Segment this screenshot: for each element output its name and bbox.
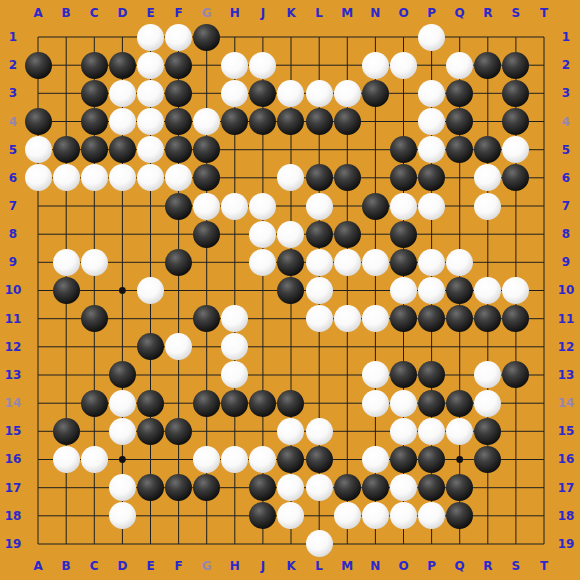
- intersection-R18[interactable]: [474, 502, 502, 530]
- stone-white[interactable]: [306, 193, 333, 220]
- intersection-Q5[interactable]: [446, 136, 474, 164]
- intersection-J7[interactable]: [249, 192, 277, 220]
- intersection-T1[interactable]: [530, 23, 558, 51]
- intersection-A10[interactable]: [24, 276, 52, 304]
- stone-black[interactable]: [81, 108, 108, 135]
- intersection-G10[interactable]: [193, 276, 221, 304]
- intersection-N11[interactable]: [361, 305, 389, 333]
- intersection-M15[interactable]: [333, 417, 361, 445]
- intersection-C5[interactable]: [80, 136, 108, 164]
- intersection-C3[interactable]: [80, 79, 108, 107]
- intersection-L7[interactable]: [305, 192, 333, 220]
- stone-white[interactable]: [137, 277, 164, 304]
- stone-white[interactable]: [109, 164, 136, 191]
- intersection-F9[interactable]: [165, 248, 193, 276]
- intersection-C13[interactable]: [80, 361, 108, 389]
- intersection-S2[interactable]: [502, 51, 530, 79]
- stone-white[interactable]: [390, 474, 417, 501]
- stone-black[interactable]: [165, 193, 192, 220]
- stone-black[interactable]: [109, 136, 136, 163]
- stone-white[interactable]: [306, 80, 333, 107]
- stone-white[interactable]: [390, 193, 417, 220]
- stone-black[interactable]: [165, 136, 192, 163]
- intersection-E10[interactable]: [136, 276, 164, 304]
- stone-black[interactable]: [390, 136, 417, 163]
- stone-black[interactable]: [109, 52, 136, 79]
- stone-white[interactable]: [277, 474, 304, 501]
- intersection-J12[interactable]: [249, 333, 277, 361]
- intersection-Q4[interactable]: [446, 107, 474, 135]
- stone-black[interactable]: [306, 221, 333, 248]
- intersection-Q13[interactable]: [446, 361, 474, 389]
- intersection-Q10[interactable]: [446, 276, 474, 304]
- intersection-G17[interactable]: [193, 474, 221, 502]
- intersection-J15[interactable]: [249, 417, 277, 445]
- intersection-C2[interactable]: [80, 51, 108, 79]
- stone-black[interactable]: [502, 361, 529, 388]
- intersection-S3[interactable]: [502, 79, 530, 107]
- intersection-K19[interactable]: [277, 530, 305, 558]
- intersection-C9[interactable]: [80, 248, 108, 276]
- intersection-R15[interactable]: [474, 417, 502, 445]
- intersection-E5[interactable]: [136, 136, 164, 164]
- intersection-H4[interactable]: [221, 107, 249, 135]
- intersection-F7[interactable]: [165, 192, 193, 220]
- intersection-E6[interactable]: [136, 164, 164, 192]
- intersection-N3[interactable]: [361, 79, 389, 107]
- stone-white[interactable]: [137, 52, 164, 79]
- intersection-J17[interactable]: [249, 474, 277, 502]
- intersection-A12[interactable]: [24, 333, 52, 361]
- intersection-T16[interactable]: [530, 445, 558, 473]
- intersection-G5[interactable]: [193, 136, 221, 164]
- stone-black[interactable]: [446, 390, 473, 417]
- intersection-F19[interactable]: [165, 530, 193, 558]
- intersection-F15[interactable]: [165, 417, 193, 445]
- intersection-Q17[interactable]: [446, 474, 474, 502]
- stone-white[interactable]: [53, 446, 80, 473]
- intersection-C10[interactable]: [80, 276, 108, 304]
- intersection-P15[interactable]: [417, 417, 445, 445]
- intersection-H3[interactable]: [221, 79, 249, 107]
- stone-black[interactable]: [249, 474, 276, 501]
- intersection-G19[interactable]: [193, 530, 221, 558]
- intersection-O1[interactable]: [389, 23, 417, 51]
- stone-black[interactable]: [446, 305, 473, 332]
- intersection-O18[interactable]: [389, 502, 417, 530]
- intersection-P2[interactable]: [417, 51, 445, 79]
- intersection-Q16[interactable]: [446, 445, 474, 473]
- intersection-K5[interactable]: [277, 136, 305, 164]
- stone-black[interactable]: [446, 277, 473, 304]
- intersection-B10[interactable]: [52, 276, 80, 304]
- stone-black[interactable]: [362, 80, 389, 107]
- intersection-R19[interactable]: [474, 530, 502, 558]
- stone-white[interactable]: [418, 24, 445, 51]
- intersection-S5[interactable]: [502, 136, 530, 164]
- stone-white[interactable]: [137, 80, 164, 107]
- intersection-T3[interactable]: [530, 79, 558, 107]
- intersection-H9[interactable]: [221, 248, 249, 276]
- intersection-E11[interactable]: [136, 305, 164, 333]
- stone-black[interactable]: [446, 474, 473, 501]
- intersection-G2[interactable]: [193, 51, 221, 79]
- intersection-P14[interactable]: [417, 389, 445, 417]
- intersection-M4[interactable]: [333, 107, 361, 135]
- stone-white[interactable]: [418, 249, 445, 276]
- stone-white[interactable]: [306, 418, 333, 445]
- stone-white[interactable]: [474, 361, 501, 388]
- intersection-P9[interactable]: [417, 248, 445, 276]
- intersection-P16[interactable]: [417, 445, 445, 473]
- stone-black[interactable]: [474, 446, 501, 473]
- stone-black[interactable]: [446, 108, 473, 135]
- intersection-K8[interactable]: [277, 220, 305, 248]
- intersection-F11[interactable]: [165, 305, 193, 333]
- stone-white[interactable]: [390, 390, 417, 417]
- intersection-E18[interactable]: [136, 502, 164, 530]
- intersection-H14[interactable]: [221, 389, 249, 417]
- intersection-K15[interactable]: [277, 417, 305, 445]
- intersection-P10[interactable]: [417, 276, 445, 304]
- intersection-E3[interactable]: [136, 79, 164, 107]
- stone-white[interactable]: [193, 446, 220, 473]
- intersection-E4[interactable]: [136, 107, 164, 135]
- stone-white[interactable]: [277, 164, 304, 191]
- intersection-F18[interactable]: [165, 502, 193, 530]
- intersection-E17[interactable]: [136, 474, 164, 502]
- intersection-S19[interactable]: [502, 530, 530, 558]
- stone-white[interactable]: [137, 108, 164, 135]
- intersection-O19[interactable]: [389, 530, 417, 558]
- stone-white[interactable]: [362, 52, 389, 79]
- intersection-F2[interactable]: [165, 51, 193, 79]
- intersection-L18[interactable]: [305, 502, 333, 530]
- intersection-P18[interactable]: [417, 502, 445, 530]
- intersection-B9[interactable]: [52, 248, 80, 276]
- intersection-D9[interactable]: [108, 248, 136, 276]
- stone-black[interactable]: [418, 305, 445, 332]
- intersection-M10[interactable]: [333, 276, 361, 304]
- stone-black[interactable]: [502, 164, 529, 191]
- intersection-N16[interactable]: [361, 445, 389, 473]
- intersection-F10[interactable]: [165, 276, 193, 304]
- intersection-E16[interactable]: [136, 445, 164, 473]
- intersection-D11[interactable]: [108, 305, 136, 333]
- intersection-R6[interactable]: [474, 164, 502, 192]
- intersection-L5[interactable]: [305, 136, 333, 164]
- stone-black[interactable]: [474, 305, 501, 332]
- intersection-F16[interactable]: [165, 445, 193, 473]
- intersection-B11[interactable]: [52, 305, 80, 333]
- intersection-R5[interactable]: [474, 136, 502, 164]
- intersection-N14[interactable]: [361, 389, 389, 417]
- intersection-A8[interactable]: [24, 220, 52, 248]
- intersection-Q11[interactable]: [446, 305, 474, 333]
- intersection-J5[interactable]: [249, 136, 277, 164]
- intersection-S17[interactable]: [502, 474, 530, 502]
- stone-white[interactable]: [418, 277, 445, 304]
- intersection-B15[interactable]: [52, 417, 80, 445]
- stone-white[interactable]: [81, 164, 108, 191]
- intersection-D4[interactable]: [108, 107, 136, 135]
- intersection-S16[interactable]: [502, 445, 530, 473]
- intersection-Q18[interactable]: [446, 502, 474, 530]
- intersection-R2[interactable]: [474, 51, 502, 79]
- stone-black[interactable]: [277, 249, 304, 276]
- intersection-K17[interactable]: [277, 474, 305, 502]
- intersection-D13[interactable]: [108, 361, 136, 389]
- intersection-P17[interactable]: [417, 474, 445, 502]
- intersection-G14[interactable]: [193, 389, 221, 417]
- intersection-J16[interactable]: [249, 445, 277, 473]
- intersection-T9[interactable]: [530, 248, 558, 276]
- intersection-B4[interactable]: [52, 107, 80, 135]
- intersection-T18[interactable]: [530, 502, 558, 530]
- intersection-S7[interactable]: [502, 192, 530, 220]
- intersection-P4[interactable]: [417, 107, 445, 135]
- stone-black[interactable]: [334, 474, 361, 501]
- intersection-T19[interactable]: [530, 530, 558, 558]
- intersection-B12[interactable]: [52, 333, 80, 361]
- intersection-O8[interactable]: [389, 220, 417, 248]
- stone-white[interactable]: [418, 136, 445, 163]
- stone-black[interactable]: [165, 52, 192, 79]
- intersection-G15[interactable]: [193, 417, 221, 445]
- intersection-P11[interactable]: [417, 305, 445, 333]
- stone-white[interactable]: [165, 333, 192, 360]
- intersection-O5[interactable]: [389, 136, 417, 164]
- intersection-D16[interactable]: [108, 445, 136, 473]
- intersection-C12[interactable]: [80, 333, 108, 361]
- intersection-O16[interactable]: [389, 445, 417, 473]
- stone-white[interactable]: [474, 390, 501, 417]
- stone-black[interactable]: [165, 108, 192, 135]
- stone-black[interactable]: [25, 108, 52, 135]
- stone-white[interactable]: [362, 305, 389, 332]
- stone-black[interactable]: [334, 108, 361, 135]
- intersection-N6[interactable]: [361, 164, 389, 192]
- intersection-C1[interactable]: [80, 23, 108, 51]
- intersection-R17[interactable]: [474, 474, 502, 502]
- intersection-L12[interactable]: [305, 333, 333, 361]
- intersection-F6[interactable]: [165, 164, 193, 192]
- stone-white[interactable]: [53, 164, 80, 191]
- intersection-O13[interactable]: [389, 361, 417, 389]
- stone-white[interactable]: [418, 193, 445, 220]
- intersection-S6[interactable]: [502, 164, 530, 192]
- intersection-D8[interactable]: [108, 220, 136, 248]
- stone-white[interactable]: [306, 249, 333, 276]
- intersection-C6[interactable]: [80, 164, 108, 192]
- intersection-A6[interactable]: [24, 164, 52, 192]
- intersection-N2[interactable]: [361, 51, 389, 79]
- stone-black[interactable]: [446, 136, 473, 163]
- intersection-H15[interactable]: [221, 417, 249, 445]
- intersection-K1[interactable]: [277, 23, 305, 51]
- stone-white[interactable]: [446, 418, 473, 445]
- stone-white[interactable]: [193, 108, 220, 135]
- intersection-E12[interactable]: [136, 333, 164, 361]
- stone-black[interactable]: [249, 108, 276, 135]
- intersection-Q15[interactable]: [446, 417, 474, 445]
- stone-white[interactable]: [109, 474, 136, 501]
- intersection-C4[interactable]: [80, 107, 108, 135]
- intersection-Q3[interactable]: [446, 79, 474, 107]
- intersection-T4[interactable]: [530, 107, 558, 135]
- intersection-Q6[interactable]: [446, 164, 474, 192]
- intersection-D15[interactable]: [108, 417, 136, 445]
- intersection-M6[interactable]: [333, 164, 361, 192]
- intersection-G4[interactable]: [193, 107, 221, 135]
- intersection-Q8[interactable]: [446, 220, 474, 248]
- intersection-Q2[interactable]: [446, 51, 474, 79]
- stone-black[interactable]: [109, 361, 136, 388]
- intersection-K3[interactable]: [277, 79, 305, 107]
- intersection-K18[interactable]: [277, 502, 305, 530]
- intersection-F4[interactable]: [165, 107, 193, 135]
- intersection-L14[interactable]: [305, 389, 333, 417]
- intersection-R12[interactable]: [474, 333, 502, 361]
- intersection-J3[interactable]: [249, 79, 277, 107]
- stone-white[interactable]: [221, 361, 248, 388]
- intersection-T17[interactable]: [530, 474, 558, 502]
- intersection-J11[interactable]: [249, 305, 277, 333]
- intersection-A15[interactable]: [24, 417, 52, 445]
- stone-black[interactable]: [474, 136, 501, 163]
- intersection-H16[interactable]: [221, 445, 249, 473]
- intersection-H7[interactable]: [221, 192, 249, 220]
- stone-black[interactable]: [193, 136, 220, 163]
- intersection-C11[interactable]: [80, 305, 108, 333]
- stone-white[interactable]: [390, 418, 417, 445]
- intersection-B8[interactable]: [52, 220, 80, 248]
- stone-black[interactable]: [193, 24, 220, 51]
- stone-black[interactable]: [502, 80, 529, 107]
- stone-black[interactable]: [221, 390, 248, 417]
- stone-white[interactable]: [306, 277, 333, 304]
- intersection-L3[interactable]: [305, 79, 333, 107]
- intersection-Q9[interactable]: [446, 248, 474, 276]
- intersection-K10[interactable]: [277, 276, 305, 304]
- stone-white[interactable]: [418, 108, 445, 135]
- intersection-R4[interactable]: [474, 107, 502, 135]
- intersection-T6[interactable]: [530, 164, 558, 192]
- intersection-N1[interactable]: [361, 23, 389, 51]
- stone-white[interactable]: [362, 390, 389, 417]
- stone-black[interactable]: [137, 418, 164, 445]
- stone-black[interactable]: [446, 80, 473, 107]
- intersection-O6[interactable]: [389, 164, 417, 192]
- stone-white[interactable]: [334, 502, 361, 529]
- intersection-C8[interactable]: [80, 220, 108, 248]
- intersection-B2[interactable]: [52, 51, 80, 79]
- intersection-A11[interactable]: [24, 305, 52, 333]
- intersection-D3[interactable]: [108, 79, 136, 107]
- intersection-C18[interactable]: [80, 502, 108, 530]
- intersection-P1[interactable]: [417, 23, 445, 51]
- intersection-A1[interactable]: [24, 23, 52, 51]
- stone-black[interactable]: [418, 446, 445, 473]
- intersection-M12[interactable]: [333, 333, 361, 361]
- intersection-J6[interactable]: [249, 164, 277, 192]
- stone-white[interactable]: [418, 80, 445, 107]
- intersection-S9[interactable]: [502, 248, 530, 276]
- intersection-R9[interactable]: [474, 248, 502, 276]
- intersection-D2[interactable]: [108, 51, 136, 79]
- stone-black[interactable]: [390, 221, 417, 248]
- stone-black[interactable]: [306, 108, 333, 135]
- intersection-P3[interactable]: [417, 79, 445, 107]
- stone-black[interactable]: [81, 52, 108, 79]
- intersection-P12[interactable]: [417, 333, 445, 361]
- intersection-A5[interactable]: [24, 136, 52, 164]
- intersection-B13[interactable]: [52, 361, 80, 389]
- intersection-J19[interactable]: [249, 530, 277, 558]
- intersection-B1[interactable]: [52, 23, 80, 51]
- stone-white[interactable]: [137, 164, 164, 191]
- intersection-A9[interactable]: [24, 248, 52, 276]
- stone-black[interactable]: [165, 80, 192, 107]
- intersection-G3[interactable]: [193, 79, 221, 107]
- intersection-H11[interactable]: [221, 305, 249, 333]
- intersection-M7[interactable]: [333, 192, 361, 220]
- intersection-A7[interactable]: [24, 192, 52, 220]
- intersection-G13[interactable]: [193, 361, 221, 389]
- stone-white[interactable]: [221, 305, 248, 332]
- intersection-D18[interactable]: [108, 502, 136, 530]
- intersection-N17[interactable]: [361, 474, 389, 502]
- intersection-C15[interactable]: [80, 417, 108, 445]
- intersection-P6[interactable]: [417, 164, 445, 192]
- stone-white[interactable]: [137, 136, 164, 163]
- intersection-G18[interactable]: [193, 502, 221, 530]
- intersection-O14[interactable]: [389, 389, 417, 417]
- intersection-M2[interactable]: [333, 51, 361, 79]
- stone-black[interactable]: [81, 390, 108, 417]
- intersection-O10[interactable]: [389, 276, 417, 304]
- intersection-A14[interactable]: [24, 389, 52, 417]
- stone-white[interactable]: [53, 249, 80, 276]
- stone-black[interactable]: [418, 361, 445, 388]
- intersection-T10[interactable]: [530, 276, 558, 304]
- intersection-B17[interactable]: [52, 474, 80, 502]
- intersection-T11[interactable]: [530, 305, 558, 333]
- intersection-H18[interactable]: [221, 502, 249, 530]
- stone-black[interactable]: [418, 164, 445, 191]
- intersection-R14[interactable]: [474, 389, 502, 417]
- intersection-L1[interactable]: [305, 23, 333, 51]
- stone-white[interactable]: [193, 193, 220, 220]
- intersection-J14[interactable]: [249, 389, 277, 417]
- intersection-K14[interactable]: [277, 389, 305, 417]
- stone-black[interactable]: [362, 474, 389, 501]
- intersection-O7[interactable]: [389, 192, 417, 220]
- intersection-O11[interactable]: [389, 305, 417, 333]
- intersection-D12[interactable]: [108, 333, 136, 361]
- stone-white[interactable]: [25, 164, 52, 191]
- intersection-R8[interactable]: [474, 220, 502, 248]
- stone-white[interactable]: [446, 249, 473, 276]
- stone-white[interactable]: [306, 530, 333, 557]
- intersection-S8[interactable]: [502, 220, 530, 248]
- intersection-O12[interactable]: [389, 333, 417, 361]
- stone-black[interactable]: [390, 305, 417, 332]
- stone-white[interactable]: [306, 305, 333, 332]
- intersection-M1[interactable]: [333, 23, 361, 51]
- stone-white[interactable]: [334, 80, 361, 107]
- intersection-S18[interactable]: [502, 502, 530, 530]
